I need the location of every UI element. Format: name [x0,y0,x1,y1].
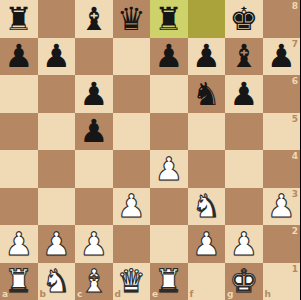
piece-black-pawn[interactable]: ♟︎ [267,40,296,72]
square-b4[interactable] [38,150,76,188]
square-e5[interactable] [150,113,188,151]
square-d6[interactable] [113,75,151,113]
square-e3[interactable] [150,188,188,226]
piece-black-knight[interactable]: ♞︎ [192,78,221,110]
square-e4[interactable]: ♟︎ [150,150,188,188]
piece-black-king[interactable]: ♚︎ [229,3,258,35]
rank-label-1: 1 [292,265,298,274]
piece-black-queen[interactable]: ♛︎ [117,3,146,35]
piece-white-pawn[interactable]: ♟︎ [4,228,33,260]
piece-white-pawn[interactable]: ♟︎ [79,228,108,260]
square-b5[interactable] [38,113,76,151]
square-f3[interactable]: ♞︎ [188,188,226,226]
square-c8[interactable]: ♝︎ [75,0,113,38]
square-a2[interactable]: ♟︎ [0,225,38,263]
square-d5[interactable] [113,113,151,151]
square-f8[interactable] [188,0,226,38]
rank-label-6: 6 [292,77,298,86]
square-d2[interactable] [113,225,151,263]
rank-label-4: 4 [292,152,298,161]
square-d8[interactable]: ♛︎ [113,0,151,38]
piece-black-pawn[interactable]: ♟︎ [42,40,71,72]
piece-white-knight[interactable]: ♞︎ [192,190,221,222]
piece-black-bishop[interactable]: ♝︎ [229,40,258,72]
square-b7[interactable]: ♟︎ [38,38,76,76]
square-a7[interactable]: ♟︎ [0,38,38,76]
square-e6[interactable] [150,75,188,113]
square-e2[interactable] [150,225,188,263]
piece-black-pawn[interactable]: ♟︎ [154,40,183,72]
square-d7[interactable] [113,38,151,76]
square-h1[interactable]: 1h [263,263,301,300]
square-g1[interactable]: ♚︎g [225,263,263,300]
square-e8[interactable]: ♜︎ [150,0,188,38]
square-h7[interactable]: ♟︎7 [263,38,301,76]
square-b1[interactable]: ♞︎b [38,263,76,300]
square-f1[interactable]: f [188,263,226,300]
piece-black-rook[interactable]: ♜︎ [4,3,33,35]
square-g6[interactable]: ♟︎ [225,75,263,113]
square-g4[interactable] [225,150,263,188]
square-c3[interactable] [75,188,113,226]
square-h8[interactable]: 8 [263,0,301,38]
piece-black-rook[interactable]: ♜︎ [154,3,183,35]
piece-white-pawn[interactable]: ♟︎ [117,190,146,222]
square-c1[interactable]: ♝︎c [75,263,113,300]
rank-label-2: 2 [292,227,298,236]
square-e1[interactable]: ♜︎e [150,263,188,300]
piece-white-pawn[interactable]: ♟︎ [154,153,183,185]
piece-white-knight[interactable]: ♞︎ [42,265,71,297]
square-b8[interactable] [38,0,76,38]
square-g7[interactable]: ♝︎ [225,38,263,76]
chess-board: ♜︎♝︎♛︎♜︎♚︎8♟︎♟︎♟︎♟︎♝︎♟︎7♟︎♞︎♟︎6♟︎5♟︎4♟︎♞… [0,0,300,300]
square-a3[interactable] [0,188,38,226]
square-d4[interactable] [113,150,151,188]
square-g3[interactable] [225,188,263,226]
rank-label-8: 8 [292,2,298,11]
square-b6[interactable] [38,75,76,113]
square-f5[interactable] [188,113,226,151]
piece-white-pawn[interactable]: ♟︎ [42,228,71,260]
square-h5[interactable]: 5 [263,113,301,151]
piece-black-pawn[interactable]: ♟︎ [192,40,221,72]
square-a6[interactable] [0,75,38,113]
piece-white-rook[interactable]: ♜︎ [4,265,33,297]
square-a8[interactable]: ♜︎ [0,0,38,38]
piece-white-rook[interactable]: ♜︎ [154,265,183,297]
square-e7[interactable]: ♟︎ [150,38,188,76]
piece-white-pawn[interactable]: ♟︎ [192,228,221,260]
square-d1[interactable]: ♛︎d [113,263,151,300]
square-d3[interactable]: ♟︎ [113,188,151,226]
piece-black-pawn[interactable]: ♟︎ [79,78,108,110]
piece-white-bishop[interactable]: ♝︎ [79,265,108,297]
square-h3[interactable]: ♟︎3 [263,188,301,226]
piece-white-king[interactable]: ♚︎ [229,265,258,297]
square-h2[interactable]: 2 [263,225,301,263]
square-c4[interactable] [75,150,113,188]
square-c7[interactable] [75,38,113,76]
piece-black-pawn[interactable]: ♟︎ [229,78,258,110]
file-label-h: h [265,290,271,299]
piece-black-pawn[interactable]: ♟︎ [4,40,33,72]
piece-black-pawn[interactable]: ♟︎ [79,115,108,147]
square-c2[interactable]: ♟︎ [75,225,113,263]
square-a1[interactable]: ♜︎a [0,263,38,300]
square-h6[interactable]: 6 [263,75,301,113]
square-b3[interactable] [38,188,76,226]
piece-black-bishop[interactable]: ♝︎ [79,3,108,35]
square-a5[interactable] [0,113,38,151]
square-h4[interactable]: 4 [263,150,301,188]
square-f7[interactable]: ♟︎ [188,38,226,76]
square-c5[interactable]: ♟︎ [75,113,113,151]
square-g8[interactable]: ♚︎ [225,0,263,38]
square-g2[interactable]: ♟︎ [225,225,263,263]
square-f6[interactable]: ♞︎ [188,75,226,113]
piece-white-pawn[interactable]: ♟︎ [267,190,296,222]
rank-label-5: 5 [292,115,298,124]
square-b2[interactable]: ♟︎ [38,225,76,263]
square-f2[interactable]: ♟︎ [188,225,226,263]
square-f4[interactable] [188,150,226,188]
piece-white-pawn[interactable]: ♟︎ [229,228,258,260]
file-label-f: f [190,290,194,299]
square-c6[interactable]: ♟︎ [75,75,113,113]
piece-white-queen[interactable]: ♛︎ [117,265,146,297]
square-g5[interactable] [225,113,263,151]
square-a4[interactable] [0,150,38,188]
